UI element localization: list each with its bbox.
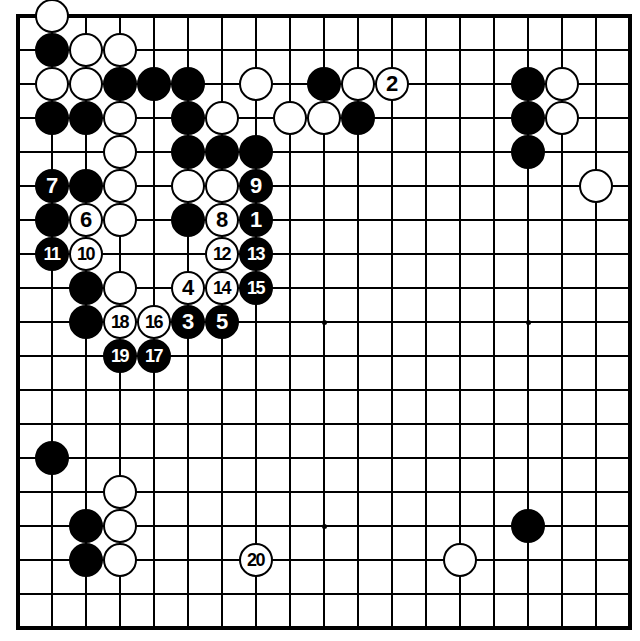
stone-white — [103, 543, 137, 577]
stone-white — [103, 271, 137, 305]
stone-black — [69, 101, 103, 135]
stone-white-move-6: 6 — [69, 203, 103, 237]
stone-black — [171, 203, 205, 237]
stone-black — [511, 135, 545, 169]
stone-black — [69, 271, 103, 305]
stone-white — [69, 33, 103, 67]
stone-black — [35, 441, 69, 475]
stone-black — [103, 67, 137, 101]
stone-white — [103, 33, 137, 67]
stone-white — [239, 67, 273, 101]
stone-black — [341, 101, 375, 135]
stone-black — [35, 33, 69, 67]
stone-white — [205, 169, 239, 203]
stone-black — [239, 135, 273, 169]
stone-black — [307, 67, 341, 101]
stone-black — [69, 169, 103, 203]
stone-black-move-11: 11 — [35, 237, 69, 271]
stone-white — [103, 475, 137, 509]
stone-white — [545, 67, 579, 101]
stone-black — [171, 67, 205, 101]
stone-white-move-14: 14 — [205, 271, 239, 305]
stone-white — [545, 101, 579, 135]
stone-black-move-9: 9 — [239, 169, 273, 203]
stone-black — [205, 135, 239, 169]
star-point — [526, 320, 531, 325]
stone-white — [273, 101, 307, 135]
stone-white — [103, 101, 137, 135]
stone-black — [69, 305, 103, 339]
stone-white — [103, 203, 137, 237]
star-point — [322, 524, 327, 529]
stone-white-move-20: 20 — [239, 543, 273, 577]
stone-white-move-2: 2 — [375, 67, 409, 101]
stone-white-move-12: 12 — [205, 237, 239, 271]
stone-white — [341, 67, 375, 101]
stone-black — [171, 101, 205, 135]
stone-black-move-7: 7 — [35, 169, 69, 203]
stone-white — [171, 169, 205, 203]
stone-white — [35, 67, 69, 101]
stone-black — [511, 101, 545, 135]
stone-white — [443, 543, 477, 577]
stone-white — [103, 169, 137, 203]
stone-black-move-19: 19 — [103, 339, 137, 373]
stone-black — [35, 101, 69, 135]
stone-black — [69, 509, 103, 543]
stone-black — [69, 543, 103, 577]
stone-black-move-15: 15 — [239, 271, 273, 305]
stone-black — [511, 509, 545, 543]
stone-white — [103, 509, 137, 543]
stone-white — [103, 135, 137, 169]
stone-white-move-8: 8 — [205, 203, 239, 237]
stone-white — [35, 0, 69, 33]
stone-black — [171, 135, 205, 169]
stone-white — [579, 169, 613, 203]
stone-black — [35, 203, 69, 237]
stone-black — [137, 67, 171, 101]
stone-white — [205, 101, 239, 135]
stone-white — [307, 101, 341, 135]
stone-white — [69, 67, 103, 101]
stone-white-move-18: 18 — [103, 305, 137, 339]
stone-black-move-17: 17 — [137, 339, 171, 373]
stone-grid: 1234567891011121314151617181920 — [1, 0, 640, 641]
stone-black-move-1: 1 — [239, 203, 273, 237]
stone-white-move-4: 4 — [171, 271, 205, 305]
stone-white-move-16: 16 — [137, 305, 171, 339]
stone-black-move-5: 5 — [205, 305, 239, 339]
stone-black-move-3: 3 — [171, 305, 205, 339]
star-point — [322, 320, 327, 325]
go-diagram: 1234567891011121314151617181920 — [0, 0, 640, 641]
stone-black — [511, 67, 545, 101]
stone-white-move-10: 10 — [69, 237, 103, 271]
stone-black-move-13: 13 — [239, 237, 273, 271]
